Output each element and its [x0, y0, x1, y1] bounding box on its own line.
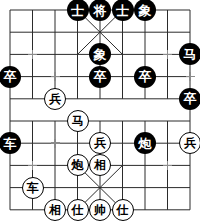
black-soldier[interactable]: 卒 — [89, 66, 111, 88]
point-marker-icon — [186, 72, 195, 81]
black-elephant[interactable]: 象 — [89, 43, 111, 65]
black-general[interactable]: 将 — [89, 0, 111, 21]
black-cannon[interactable]: 炮 — [134, 132, 156, 154]
white-elephant[interactable]: 相 — [44, 199, 66, 221]
black-advisor[interactable]: 士 — [67, 0, 89, 21]
white-general[interactable]: 帅 — [89, 199, 111, 221]
board-grid: 士将士象象马卒卒卒卒车炮兵马兵兵炮相车相仕帅仕 — [0, 0, 200, 221]
white-soldier[interactable]: 兵 — [44, 88, 66, 110]
point-marker-icon — [28, 50, 37, 59]
white-elephant[interactable]: 相 — [89, 154, 111, 176]
black-advisor[interactable]: 士 — [112, 0, 134, 21]
black-chariot[interactable]: 车 — [0, 132, 21, 154]
white-advisor[interactable]: 仕 — [67, 199, 89, 221]
white-chariot[interactable]: 车 — [22, 177, 44, 199]
white-cannon[interactable]: 炮 — [67, 154, 89, 176]
point-marker-icon — [163, 161, 172, 170]
black-horse[interactable]: 马 — [179, 43, 200, 65]
black-soldier[interactable]: 卒 — [134, 66, 156, 88]
point-marker-icon — [163, 50, 172, 59]
point-marker-icon — [28, 161, 37, 170]
white-horse[interactable]: 马 — [67, 110, 89, 132]
point-marker-icon — [51, 139, 60, 148]
white-soldier[interactable]: 兵 — [89, 132, 111, 154]
white-soldier[interactable]: 兵 — [179, 132, 200, 154]
point-marker-icon — [51, 72, 60, 81]
black-soldier[interactable]: 卒 — [179, 88, 200, 110]
white-advisor[interactable]: 仕 — [112, 199, 134, 221]
black-soldier[interactable]: 卒 — [0, 66, 21, 88]
black-elephant[interactable]: 象 — [134, 0, 156, 21]
xiangqi-board: 士将士象象马卒卒卒卒车炮兵马兵兵炮相车相仕帅仕 — [0, 0, 200, 222]
